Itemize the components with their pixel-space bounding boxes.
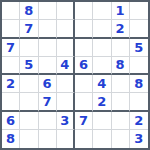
cell-r4c5[interactable]: 6	[75, 57, 93, 75]
cell-r7c5[interactable]: 7	[75, 112, 93, 130]
cell-r6c2[interactable]	[20, 93, 38, 111]
cell-r4c1[interactable]	[2, 57, 20, 75]
cell-r7c4[interactable]: 3	[57, 112, 75, 130]
cell-r4c2[interactable]: 5	[20, 57, 38, 75]
cell-r2c5[interactable]	[75, 20, 93, 38]
cell-r3c8[interactable]: 5	[130, 39, 148, 57]
cell-r2c7[interactable]: 2	[112, 20, 130, 38]
cell-r7c3[interactable]	[39, 112, 57, 130]
cell-r5c1[interactable]: 2	[2, 75, 20, 93]
sudoku-board: 8172755468264872637283	[0, 0, 150, 150]
cell-r1c8[interactable]	[130, 2, 148, 20]
cell-r1c6[interactable]	[93, 2, 111, 20]
cell-r2c2[interactable]: 7	[20, 20, 38, 38]
cell-r7c2[interactable]	[20, 112, 38, 130]
cell-r6c8[interactable]	[130, 93, 148, 111]
cell-r5c5[interactable]	[75, 75, 93, 93]
cell-r7c1[interactable]: 6	[2, 112, 20, 130]
cell-r6c3[interactable]: 7	[39, 93, 57, 111]
cell-r7c8[interactable]: 2	[130, 112, 148, 130]
cell-r5c4[interactable]	[57, 75, 75, 93]
cell-r8c5[interactable]	[75, 130, 93, 148]
cell-r5c2[interactable]	[20, 75, 38, 93]
cell-r3c7[interactable]	[112, 39, 130, 57]
cell-r5c3[interactable]: 6	[39, 75, 57, 93]
cell-r8c8[interactable]: 3	[130, 130, 148, 148]
cell-r8c7[interactable]	[112, 130, 130, 148]
cell-r8c3[interactable]	[39, 130, 57, 148]
cell-r3c4[interactable]	[57, 39, 75, 57]
cell-r3c6[interactable]	[93, 39, 111, 57]
cell-r1c5[interactable]	[75, 2, 93, 20]
cell-r2c3[interactable]	[39, 20, 57, 38]
cell-r8c4[interactable]	[57, 130, 75, 148]
cell-r3c2[interactable]	[20, 39, 38, 57]
cell-r5c7[interactable]	[112, 75, 130, 93]
cell-r6c4[interactable]	[57, 93, 75, 111]
cell-r4c8[interactable]	[130, 57, 148, 75]
cell-r3c1[interactable]: 7	[2, 39, 20, 57]
cell-r6c1[interactable]	[2, 93, 20, 111]
cell-r5c6[interactable]: 4	[93, 75, 111, 93]
cell-r6c5[interactable]	[75, 93, 93, 111]
cell-r6c6[interactable]: 2	[93, 93, 111, 111]
cell-r2c8[interactable]	[130, 20, 148, 38]
cell-r2c1[interactable]	[2, 20, 20, 38]
cell-r2c6[interactable]	[93, 20, 111, 38]
cell-r8c6[interactable]	[93, 130, 111, 148]
cell-r3c3[interactable]	[39, 39, 57, 57]
cell-r1c3[interactable]	[39, 2, 57, 20]
cell-r3c5[interactable]	[75, 39, 93, 57]
cell-r7c6[interactable]	[93, 112, 111, 130]
cell-r4c4[interactable]: 4	[57, 57, 75, 75]
cell-r1c4[interactable]	[57, 2, 75, 20]
cell-r5c8[interactable]: 8	[130, 75, 148, 93]
cell-r1c7[interactable]: 1	[112, 2, 130, 20]
cell-r2c4[interactable]	[57, 20, 75, 38]
cell-r1c1[interactable]	[2, 2, 20, 20]
cell-r1c2[interactable]: 8	[20, 2, 38, 20]
cell-r7c7[interactable]	[112, 112, 130, 130]
cell-r4c6[interactable]	[93, 57, 111, 75]
cell-r4c3[interactable]	[39, 57, 57, 75]
cell-r4c7[interactable]: 8	[112, 57, 130, 75]
cell-r8c2[interactable]	[20, 130, 38, 148]
cell-r6c7[interactable]	[112, 93, 130, 111]
cell-r8c1[interactable]: 8	[2, 130, 20, 148]
